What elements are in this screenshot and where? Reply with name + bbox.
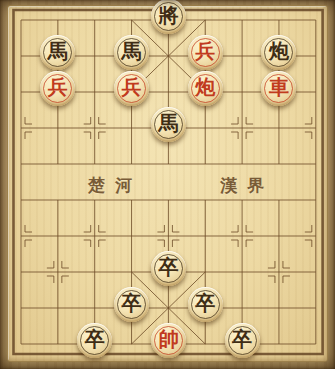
pieces-layer: 將馬馬兵炮兵兵炮車馬卒卒卒卒帥卒 bbox=[3, 0, 335, 358]
piece-glyph: 兵 bbox=[122, 77, 142, 97]
piece-glyph: 將 bbox=[158, 5, 178, 25]
piece-馬-black[interactable]: 馬 bbox=[151, 107, 186, 142]
piece-車-red[interactable]: 車 bbox=[261, 71, 296, 106]
piece-炮-red[interactable]: 炮 bbox=[188, 71, 223, 106]
piece-兵-red[interactable]: 兵 bbox=[114, 71, 149, 106]
piece-將-black[interactable]: 將 bbox=[151, 0, 186, 34]
piece-馬-black[interactable]: 馬 bbox=[40, 35, 75, 70]
piece-glyph: 卒 bbox=[195, 293, 215, 313]
piece-卒-black[interactable]: 卒 bbox=[225, 323, 260, 358]
piece-glyph: 炮 bbox=[269, 41, 289, 61]
piece-兵-red[interactable]: 兵 bbox=[40, 71, 75, 106]
piece-兵-red[interactable]: 兵 bbox=[188, 35, 223, 70]
piece-glyph: 卒 bbox=[122, 293, 142, 313]
piece-glyph: 馬 bbox=[158, 113, 178, 133]
piece-炮-black[interactable]: 炮 bbox=[261, 35, 296, 70]
piece-glyph: 卒 bbox=[85, 329, 105, 349]
xiangqi-board: 楚河 漢界 將馬馬兵炮兵兵炮車馬卒卒卒卒帥卒 bbox=[0, 0, 335, 369]
piece-glyph: 馬 bbox=[122, 41, 142, 61]
piece-glyph: 卒 bbox=[158, 257, 178, 277]
piece-馬-black[interactable]: 馬 bbox=[114, 35, 149, 70]
piece-glyph: 帥 bbox=[158, 329, 178, 349]
piece-glyph: 車 bbox=[269, 77, 289, 97]
piece-glyph: 卒 bbox=[232, 329, 252, 349]
piece-卒-black[interactable]: 卒 bbox=[151, 251, 186, 286]
piece-卒-black[interactable]: 卒 bbox=[114, 287, 149, 322]
piece-帥-red[interactable]: 帥 bbox=[151, 323, 186, 358]
piece-卒-black[interactable]: 卒 bbox=[77, 323, 112, 358]
piece-glyph: 兵 bbox=[48, 77, 68, 97]
piece-glyph: 炮 bbox=[195, 77, 215, 97]
piece-glyph: 兵 bbox=[195, 41, 215, 61]
piece-glyph: 馬 bbox=[48, 41, 68, 61]
piece-卒-black[interactable]: 卒 bbox=[188, 287, 223, 322]
